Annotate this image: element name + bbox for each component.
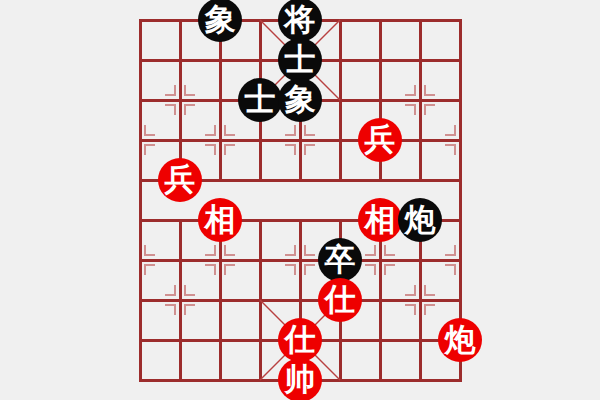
piece-glyph: 相: [365, 204, 396, 235]
piece-glyph: 将: [285, 4, 316, 35]
piece-black-advisor[interactable]: 士: [238, 78, 282, 122]
piece-glyph: 士: [285, 44, 316, 75]
piece-red-advisor[interactable]: 仕: [318, 278, 362, 322]
piece-black-advisor[interactable]: 士: [278, 38, 322, 82]
piece-red-elephant[interactable]: 相: [358, 198, 402, 242]
piece-black-soldier[interactable]: 卒: [318, 238, 362, 282]
piece-red-elephant[interactable]: 相: [198, 198, 242, 242]
piece-black-elephant[interactable]: 象: [198, 0, 242, 42]
piece-red-cannon[interactable]: 炮: [438, 318, 482, 362]
piece-red-advisor[interactable]: 仕: [278, 318, 322, 362]
piece-glyph: 相: [205, 204, 236, 235]
piece-glyph: 象: [205, 4, 236, 35]
piece-black-cannon[interactable]: 炮: [398, 198, 442, 242]
piece-black-general[interactable]: 将: [278, 0, 322, 42]
piece-red-soldier[interactable]: 兵: [158, 158, 202, 202]
piece-glyph: 卒: [325, 244, 356, 275]
xiangqi-board-screenshot: 象将士士象兵兵相相炮卒仕仕炮帅: [0, 0, 600, 400]
piece-glyph: 兵: [165, 164, 196, 195]
piece-black-elephant[interactable]: 象: [278, 78, 322, 122]
piece-glyph: 帅: [285, 364, 316, 395]
piece-glyph: 仕: [325, 284, 356, 315]
piece-glyph: 士: [245, 84, 276, 115]
piece-red-general[interactable]: 帅: [278, 358, 322, 400]
piece-glyph: 炮: [445, 324, 476, 355]
piece-glyph: 仕: [285, 324, 316, 355]
piece-red-soldier[interactable]: 兵: [358, 118, 402, 162]
piece-glyph: 兵: [365, 124, 396, 155]
pieces-layer: 象将士士象兵兵相相炮卒仕仕炮帅: [0, 0, 600, 400]
piece-glyph: 炮: [405, 204, 436, 235]
piece-glyph: 象: [285, 84, 316, 115]
